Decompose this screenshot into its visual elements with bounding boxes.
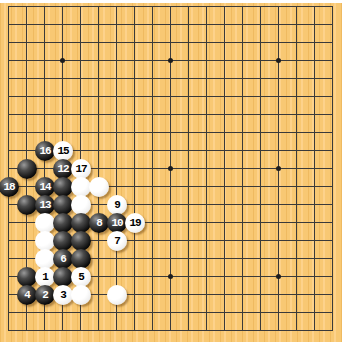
point-N4[interactable] [216,268,234,286]
point-A12[interactable] [0,124,18,142]
point-O4[interactable] [234,268,252,286]
point-K14[interactable] [162,88,180,106]
point-N3[interactable] [216,286,234,304]
point-A7[interactable] [0,214,18,232]
point-R7[interactable] [288,214,306,232]
point-K1[interactable] [162,322,180,340]
point-R13[interactable] [288,106,306,124]
point-B1[interactable] [18,322,36,340]
point-L8[interactable] [180,196,198,214]
point-B17[interactable] [18,34,36,52]
point-D9[interactable] [54,178,72,196]
point-S16[interactable] [306,52,324,70]
point-J1[interactable] [144,322,162,340]
point-A9[interactable]: 18 [0,178,18,196]
point-G17[interactable] [108,34,126,52]
point-Q12[interactable] [270,124,288,142]
point-F2[interactable] [90,304,108,322]
point-K12[interactable] [162,124,180,142]
point-F10[interactable] [90,160,108,178]
point-R14[interactable] [288,88,306,106]
point-T6[interactable] [324,232,342,250]
point-P17[interactable] [252,34,270,52]
point-P12[interactable] [252,124,270,142]
point-G16[interactable] [108,52,126,70]
point-P7[interactable] [252,214,270,232]
point-N13[interactable] [216,106,234,124]
point-G10[interactable] [108,160,126,178]
point-C12[interactable] [36,124,54,142]
point-N8[interactable] [216,196,234,214]
point-K9[interactable] [162,178,180,196]
point-N9[interactable] [216,178,234,196]
point-S12[interactable] [306,124,324,142]
point-J14[interactable] [144,88,162,106]
point-N7[interactable] [216,214,234,232]
point-E1[interactable] [72,322,90,340]
point-M16[interactable] [198,52,216,70]
point-N15[interactable] [216,70,234,88]
point-E14[interactable] [72,88,90,106]
point-O7[interactable] [234,214,252,232]
point-D15[interactable] [54,70,72,88]
point-H15[interactable] [126,70,144,88]
point-M17[interactable] [198,34,216,52]
point-C14[interactable] [36,88,54,106]
point-C5[interactable] [36,250,54,268]
point-T15[interactable] [324,70,342,88]
point-F19[interactable] [90,3,108,16]
point-R6[interactable] [288,232,306,250]
point-Q7[interactable] [270,214,288,232]
point-A15[interactable] [0,70,18,88]
point-M10[interactable] [198,160,216,178]
point-A13[interactable] [0,106,18,124]
point-M13[interactable] [198,106,216,124]
point-K19[interactable] [162,3,180,16]
point-G13[interactable] [108,106,126,124]
point-F7[interactable]: 8 [90,214,108,232]
point-R11[interactable] [288,142,306,160]
point-E18[interactable] [72,16,90,34]
point-L7[interactable] [180,214,198,232]
point-O10[interactable] [234,160,252,178]
point-F3[interactable] [90,286,108,304]
point-L2[interactable] [180,304,198,322]
point-F15[interactable] [90,70,108,88]
point-N16[interactable] [216,52,234,70]
point-L15[interactable] [180,70,198,88]
point-H3[interactable] [126,286,144,304]
point-J13[interactable] [144,106,162,124]
point-H2[interactable] [126,304,144,322]
point-R2[interactable] [288,304,306,322]
point-C7[interactable] [36,214,54,232]
point-P9[interactable] [252,178,270,196]
point-E8[interactable] [72,196,90,214]
point-B5[interactable] [18,250,36,268]
point-E7[interactable] [72,214,90,232]
point-G7[interactable]: 10 [108,214,126,232]
point-O8[interactable] [234,196,252,214]
point-M7[interactable] [198,214,216,232]
point-A5[interactable] [0,250,18,268]
point-L9[interactable] [180,178,198,196]
point-D17[interactable] [54,34,72,52]
point-T13[interactable] [324,106,342,124]
point-A16[interactable] [0,52,18,70]
point-B3[interactable]: 4 [18,286,36,304]
point-D12[interactable] [54,124,72,142]
point-O13[interactable] [234,106,252,124]
point-S19[interactable] [306,3,324,16]
point-K16[interactable] [162,52,180,70]
point-M15[interactable] [198,70,216,88]
point-S6[interactable] [306,232,324,250]
point-R16[interactable] [288,52,306,70]
point-E19[interactable] [72,3,90,16]
point-F8[interactable] [90,196,108,214]
point-A11[interactable] [0,142,18,160]
point-H7[interactable]: 19 [126,214,144,232]
point-J19[interactable] [144,3,162,16]
point-S11[interactable] [306,142,324,160]
point-F11[interactable] [90,142,108,160]
point-H16[interactable] [126,52,144,70]
point-T1[interactable] [324,322,342,340]
point-O14[interactable] [234,88,252,106]
point-T18[interactable] [324,16,342,34]
point-L11[interactable] [180,142,198,160]
point-C18[interactable] [36,16,54,34]
point-D6[interactable] [54,232,72,250]
point-E12[interactable] [72,124,90,142]
point-J18[interactable] [144,16,162,34]
point-D5[interactable]: 6 [54,250,72,268]
point-K10[interactable] [162,160,180,178]
point-S14[interactable] [306,88,324,106]
point-K2[interactable] [162,304,180,322]
point-D10[interactable]: 12 [54,160,72,178]
point-D1[interactable] [54,322,72,340]
point-N17[interactable] [216,34,234,52]
point-D14[interactable] [54,88,72,106]
point-Q14[interactable] [270,88,288,106]
point-H11[interactable] [126,142,144,160]
point-B7[interactable] [18,214,36,232]
point-L6[interactable] [180,232,198,250]
point-Q4[interactable] [270,268,288,286]
point-M5[interactable] [198,250,216,268]
point-D18[interactable] [54,16,72,34]
point-Q18[interactable] [270,16,288,34]
point-Q17[interactable] [270,34,288,52]
point-P5[interactable] [252,250,270,268]
point-F18[interactable] [90,16,108,34]
point-C17[interactable] [36,34,54,52]
point-O5[interactable] [234,250,252,268]
point-R17[interactable] [288,34,306,52]
point-J2[interactable] [144,304,162,322]
point-R1[interactable] [288,322,306,340]
point-G6[interactable]: 7 [108,232,126,250]
point-B16[interactable] [18,52,36,70]
point-T19[interactable] [324,3,342,16]
point-C11[interactable]: 16 [36,142,54,160]
point-Q5[interactable] [270,250,288,268]
point-H14[interactable] [126,88,144,106]
point-K13[interactable] [162,106,180,124]
point-N5[interactable] [216,250,234,268]
point-G19[interactable] [108,3,126,16]
point-J12[interactable] [144,124,162,142]
point-T17[interactable] [324,34,342,52]
point-A8[interactable] [0,196,18,214]
point-P15[interactable] [252,70,270,88]
point-P11[interactable] [252,142,270,160]
point-J10[interactable] [144,160,162,178]
point-O1[interactable] [234,322,252,340]
point-O16[interactable] [234,52,252,70]
point-R5[interactable] [288,250,306,268]
point-D11[interactable]: 15 [54,142,72,160]
point-A14[interactable] [0,88,18,106]
point-A3[interactable] [0,286,18,304]
point-N1[interactable] [216,322,234,340]
point-T9[interactable] [324,178,342,196]
point-B6[interactable] [18,232,36,250]
point-L14[interactable] [180,88,198,106]
point-T3[interactable] [324,286,342,304]
point-C19[interactable] [36,3,54,16]
point-T16[interactable] [324,52,342,70]
point-O6[interactable] [234,232,252,250]
point-R10[interactable] [288,160,306,178]
point-K8[interactable] [162,196,180,214]
point-F6[interactable] [90,232,108,250]
point-G3[interactable] [108,286,126,304]
point-L4[interactable] [180,268,198,286]
point-D3[interactable]: 3 [54,286,72,304]
point-Q13[interactable] [270,106,288,124]
point-F12[interactable] [90,124,108,142]
point-N14[interactable] [216,88,234,106]
point-A2[interactable] [0,304,18,322]
point-O11[interactable] [234,142,252,160]
point-L3[interactable] [180,286,198,304]
point-Q19[interactable] [270,3,288,16]
point-R19[interactable] [288,3,306,16]
point-S2[interactable] [306,304,324,322]
point-Q1[interactable] [270,322,288,340]
point-L17[interactable] [180,34,198,52]
point-A1[interactable] [0,322,18,340]
point-T8[interactable] [324,196,342,214]
point-B13[interactable] [18,106,36,124]
point-B10[interactable] [18,160,36,178]
point-L10[interactable] [180,160,198,178]
point-R4[interactable] [288,268,306,286]
point-J17[interactable] [144,34,162,52]
point-H6[interactable] [126,232,144,250]
point-R15[interactable] [288,70,306,88]
point-S5[interactable] [306,250,324,268]
point-J9[interactable] [144,178,162,196]
point-Q16[interactable] [270,52,288,70]
point-J3[interactable] [144,286,162,304]
point-L5[interactable] [180,250,198,268]
point-J5[interactable] [144,250,162,268]
point-B9[interactable] [18,178,36,196]
point-B15[interactable] [18,70,36,88]
point-A4[interactable] [0,268,18,286]
point-P10[interactable] [252,160,270,178]
point-B19[interactable] [18,3,36,16]
point-L1[interactable] [180,322,198,340]
point-S13[interactable] [306,106,324,124]
point-B14[interactable] [18,88,36,106]
point-L13[interactable] [180,106,198,124]
point-P13[interactable] [252,106,270,124]
point-E4[interactable]: 5 [72,268,90,286]
point-Q8[interactable] [270,196,288,214]
point-T5[interactable] [324,250,342,268]
point-K18[interactable] [162,16,180,34]
point-D8[interactable] [54,196,72,214]
point-M12[interactable] [198,124,216,142]
point-C15[interactable] [36,70,54,88]
point-H13[interactable] [126,106,144,124]
point-E11[interactable] [72,142,90,160]
point-H8[interactable] [126,196,144,214]
point-K5[interactable] [162,250,180,268]
point-P4[interactable] [252,268,270,286]
point-H18[interactable] [126,16,144,34]
point-C10[interactable] [36,160,54,178]
point-Q9[interactable] [270,178,288,196]
point-M19[interactable] [198,3,216,16]
point-S4[interactable] [306,268,324,286]
point-D13[interactable] [54,106,72,124]
point-R9[interactable] [288,178,306,196]
point-B12[interactable] [18,124,36,142]
point-C3[interactable]: 2 [36,286,54,304]
point-G15[interactable] [108,70,126,88]
point-F16[interactable] [90,52,108,70]
point-D19[interactable] [54,3,72,16]
point-C9[interactable]: 14 [36,178,54,196]
point-E13[interactable] [72,106,90,124]
point-D16[interactable] [54,52,72,70]
point-O17[interactable] [234,34,252,52]
point-C4[interactable]: 1 [36,268,54,286]
point-H1[interactable] [126,322,144,340]
point-M6[interactable] [198,232,216,250]
point-T12[interactable] [324,124,342,142]
point-F14[interactable] [90,88,108,106]
point-E3[interactable] [72,286,90,304]
point-S1[interactable] [306,322,324,340]
point-H12[interactable] [126,124,144,142]
point-C1[interactable] [36,322,54,340]
point-J8[interactable] [144,196,162,214]
point-R3[interactable] [288,286,306,304]
point-S18[interactable] [306,16,324,34]
point-S3[interactable] [306,286,324,304]
point-T11[interactable] [324,142,342,160]
point-H4[interactable] [126,268,144,286]
point-P3[interactable] [252,286,270,304]
point-A10[interactable] [0,160,18,178]
point-P8[interactable] [252,196,270,214]
point-G8[interactable]: 9 [108,196,126,214]
point-G5[interactable] [108,250,126,268]
point-L19[interactable] [180,3,198,16]
point-C16[interactable] [36,52,54,70]
point-G9[interactable] [108,178,126,196]
point-N19[interactable] [216,3,234,16]
point-G11[interactable] [108,142,126,160]
point-L12[interactable] [180,124,198,142]
point-F4[interactable] [90,268,108,286]
point-K15[interactable] [162,70,180,88]
point-F1[interactable] [90,322,108,340]
point-B8[interactable] [18,196,36,214]
point-E9[interactable] [72,178,90,196]
point-P16[interactable] [252,52,270,70]
point-K6[interactable] [162,232,180,250]
point-R12[interactable] [288,124,306,142]
point-P1[interactable] [252,322,270,340]
point-M1[interactable] [198,322,216,340]
point-G1[interactable] [108,322,126,340]
point-C13[interactable] [36,106,54,124]
point-E17[interactable] [72,34,90,52]
point-H9[interactable] [126,178,144,196]
point-O19[interactable] [234,3,252,16]
point-D4[interactable] [54,268,72,286]
point-B4[interactable] [18,268,36,286]
point-M11[interactable] [198,142,216,160]
point-P19[interactable] [252,3,270,16]
point-N18[interactable] [216,16,234,34]
point-Q3[interactable] [270,286,288,304]
point-J6[interactable] [144,232,162,250]
point-S8[interactable] [306,196,324,214]
point-F13[interactable] [90,106,108,124]
point-L18[interactable] [180,16,198,34]
point-N6[interactable] [216,232,234,250]
point-Q2[interactable] [270,304,288,322]
point-J11[interactable] [144,142,162,160]
point-Q11[interactable] [270,142,288,160]
point-H10[interactable] [126,160,144,178]
point-T14[interactable] [324,88,342,106]
point-Q10[interactable] [270,160,288,178]
point-C6[interactable] [36,232,54,250]
point-P18[interactable] [252,16,270,34]
point-E15[interactable] [72,70,90,88]
point-G14[interactable] [108,88,126,106]
point-D2[interactable] [54,304,72,322]
point-N12[interactable] [216,124,234,142]
point-G18[interactable] [108,16,126,34]
point-K4[interactable] [162,268,180,286]
point-A6[interactable] [0,232,18,250]
point-C2[interactable] [36,304,54,322]
point-K7[interactable] [162,214,180,232]
point-M18[interactable] [198,16,216,34]
